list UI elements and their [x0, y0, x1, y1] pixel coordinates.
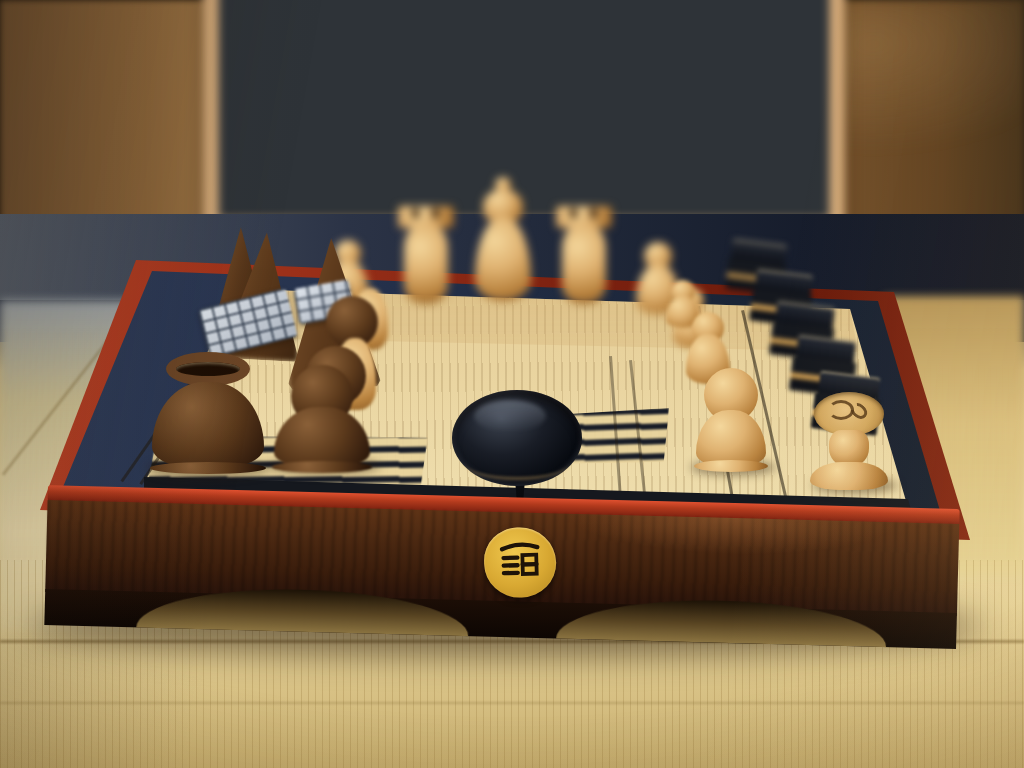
light-pawn-g4[interactable] — [694, 368, 768, 472]
light-rook-back-d8[interactable] — [398, 206, 454, 308]
medallion-kanji-mark — [494, 537, 547, 589]
light-rook-back-f8[interactable] — [556, 206, 612, 308]
carved-seal-piece-h4[interactable] — [810, 392, 888, 490]
light-queen-back-e8[interactable] — [472, 177, 534, 305]
tatami-seam-2 — [0, 702, 1024, 704]
dark-pawn-c4[interactable] — [272, 365, 372, 473]
photo-scene — [0, 0, 1024, 768]
dark-pawn-b4-cup-top[interactable] — [150, 352, 266, 474]
tray-front-face — [44, 485, 959, 649]
black-go-stone-e3[interactable] — [452, 390, 582, 486]
front-warm-sheen — [547, 513, 913, 583]
